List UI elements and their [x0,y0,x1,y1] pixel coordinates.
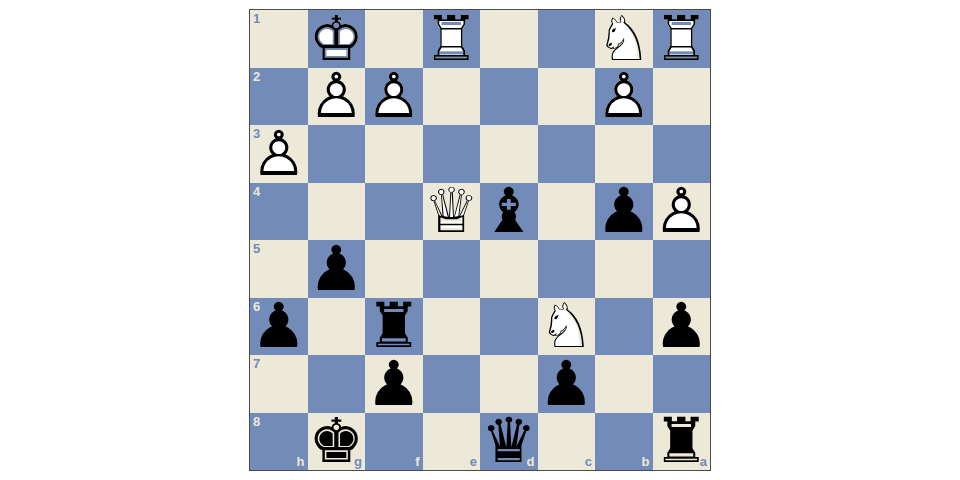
rank-label-2: 2 [253,70,260,83]
square-d5[interactable] [480,240,538,298]
square-g3[interactable] [308,125,366,183]
square-b5[interactable] [595,240,653,298]
black-king-glyph: ♚ [308,410,366,472]
black-pawn-glyph: ♟ [308,238,366,300]
square-b7[interactable] [595,355,653,413]
square-h6[interactable]: 6♟ [250,298,308,356]
square-f8[interactable]: f [365,413,423,471]
white-queen-outline-glyph: ♕ [423,180,481,242]
square-d2[interactable] [480,68,538,126]
piece-black-pawn-a6[interactable]: ♟ [653,298,711,356]
square-b6[interactable] [595,298,653,356]
square-c8[interactable]: c [538,413,596,471]
square-g8[interactable]: g♚ [308,413,366,471]
white-pawn-outline-glyph: ♙ [250,123,308,185]
piece-black-pawn-c7[interactable]: ♟ [538,355,596,413]
piece-black-pawn-f7[interactable]: ♟ [365,355,423,413]
piece-black-bishop-d4[interactable]: ♝ [480,183,538,241]
piece-white-rook-e1[interactable]: ♜♖ [423,10,481,68]
file-label-h: h [297,455,305,468]
square-e6[interactable] [423,298,481,356]
white-pawn-outline-glyph: ♙ [365,65,423,127]
square-a6[interactable]: ♟ [653,298,711,356]
piece-black-queen-d8[interactable]: ♛ [480,413,538,471]
chess-board-frame: 1♚♔♜♖♞♘♜♖2♟♙♟♙♟♙3♟♙4♛♕♝♟♟♙5♟6♟♜♞♘♟7♟♟8hg… [249,9,711,471]
black-bishop-glyph: ♝ [480,180,538,242]
page: 1♚♔♜♖♞♘♜♖2♟♙♟♙♟♙3♟♙4♛♕♝♟♟♙5♟6♟♜♞♘♟7♟♟8hg… [0,0,960,480]
rank-label-1: 1 [253,12,260,25]
square-e8[interactable]: e [423,413,481,471]
black-pawn-glyph: ♟ [595,180,653,242]
square-f7[interactable]: ♟ [365,355,423,413]
black-pawn-glyph: ♟ [250,295,308,357]
square-f2[interactable]: ♟♙ [365,68,423,126]
black-pawn-glyph: ♟ [653,295,711,357]
piece-white-pawn-h3[interactable]: ♟♙ [250,125,308,183]
square-b4[interactable]: ♟ [595,183,653,241]
square-a1[interactable]: ♜♖ [653,10,711,68]
file-label-c: c [585,455,592,468]
piece-black-rook-a8[interactable]: ♜ [653,413,711,471]
square-h1[interactable]: 1 [250,10,308,68]
square-c7[interactable]: ♟ [538,355,596,413]
square-b8[interactable]: b [595,413,653,471]
rank-label-8: 8 [253,415,260,428]
file-label-e: e [470,455,477,468]
piece-white-rook-a1[interactable]: ♜♖ [653,10,711,68]
black-pawn-glyph: ♟ [538,353,596,415]
white-pawn-outline-glyph: ♙ [595,65,653,127]
square-d8[interactable]: d♛ [480,413,538,471]
square-a8[interactable]: a♜ [653,413,711,471]
square-f3[interactable] [365,125,423,183]
white-rook-outline-glyph: ♖ [653,8,711,70]
black-queen-glyph: ♛ [480,410,538,472]
square-c1[interactable] [538,10,596,68]
square-d6[interactable] [480,298,538,356]
square-f4[interactable] [365,183,423,241]
square-c4[interactable] [538,183,596,241]
file-label-b: b [642,455,650,468]
black-pawn-glyph: ♟ [365,353,423,415]
square-e2[interactable] [423,68,481,126]
piece-white-pawn-b2[interactable]: ♟♙ [595,68,653,126]
square-c2[interactable] [538,68,596,126]
piece-white-pawn-a4[interactable]: ♟♙ [653,183,711,241]
square-h4[interactable]: 4 [250,183,308,241]
square-b2[interactable]: ♟♙ [595,68,653,126]
square-a4[interactable]: ♟♙ [653,183,711,241]
square-e1[interactable]: ♜♖ [423,10,481,68]
square-g5[interactable]: ♟ [308,240,366,298]
black-rook-glyph: ♜ [653,410,711,472]
square-g2[interactable]: ♟♙ [308,68,366,126]
square-e5[interactable] [423,240,481,298]
square-d1[interactable] [480,10,538,68]
square-a2[interactable] [653,68,711,126]
piece-black-king-g8[interactable]: ♚ [308,413,366,471]
rank-label-7: 7 [253,357,260,370]
square-g6[interactable] [308,298,366,356]
square-c3[interactable] [538,125,596,183]
square-h3[interactable]: 3♟♙ [250,125,308,183]
white-pawn-outline-glyph: ♙ [653,180,711,242]
file-label-f: f [415,455,419,468]
piece-black-pawn-b4[interactable]: ♟ [595,183,653,241]
piece-white-pawn-g2[interactable]: ♟♙ [308,68,366,126]
square-e4[interactable]: ♛♕ [423,183,481,241]
rank-label-4: 4 [253,185,260,198]
piece-black-pawn-h6[interactable]: ♟ [250,298,308,356]
rank-label-5: 5 [253,242,260,255]
square-h8[interactable]: 8h [250,413,308,471]
chess-board: 1♚♔♜♖♞♘♜♖2♟♙♟♙♟♙3♟♙4♛♕♝♟♟♙5♟6♟♜♞♘♟7♟♟8hg… [250,10,710,470]
piece-black-pawn-g5[interactable]: ♟ [308,240,366,298]
square-h7[interactable]: 7 [250,355,308,413]
white-pawn-outline-glyph: ♙ [308,65,366,127]
square-d4[interactable]: ♝ [480,183,538,241]
white-rook-outline-glyph: ♖ [423,8,481,70]
piece-white-pawn-f2[interactable]: ♟♙ [365,68,423,126]
piece-white-queen-e4[interactable]: ♛♕ [423,183,481,241]
square-e7[interactable] [423,355,481,413]
